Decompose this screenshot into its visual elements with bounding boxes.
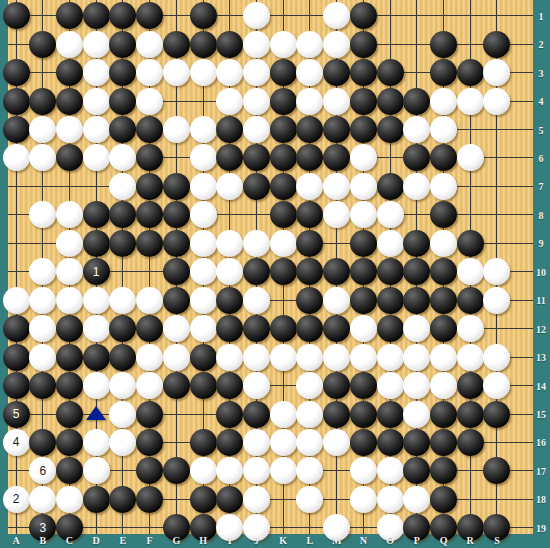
white-stone[interactable]	[243, 287, 270, 314]
column-label: C	[66, 535, 73, 546]
white-stone[interactable]	[430, 173, 457, 200]
black-stone[interactable]: 5	[3, 401, 30, 428]
white-stone[interactable]	[350, 315, 377, 342]
move-number-label: 4	[13, 436, 20, 448]
black-stone[interactable]	[56, 59, 83, 86]
white-stone[interactable]	[296, 88, 323, 115]
row-label: 14	[536, 380, 546, 391]
white-stone[interactable]	[350, 344, 377, 371]
black-stone[interactable]	[3, 344, 30, 371]
row-label: 10	[536, 266, 546, 277]
white-stone[interactable]	[190, 457, 217, 484]
white-stone[interactable]	[3, 287, 30, 314]
triangle-marker	[86, 406, 106, 420]
black-stone[interactable]	[243, 173, 270, 200]
column-label: J	[254, 535, 259, 546]
column-label: F	[147, 535, 153, 546]
black-stone[interactable]	[163, 258, 190, 285]
white-stone[interactable]	[216, 230, 243, 257]
black-stone[interactable]	[350, 287, 377, 314]
black-stone[interactable]	[216, 401, 243, 428]
white-stone[interactable]	[3, 144, 30, 171]
white-stone[interactable]	[457, 344, 484, 371]
black-stone[interactable]	[270, 315, 297, 342]
white-stone[interactable]	[29, 486, 56, 513]
white-stone[interactable]	[323, 88, 350, 115]
white-stone[interactable]	[323, 31, 350, 58]
white-stone[interactable]	[56, 287, 83, 314]
white-stone[interactable]	[270, 31, 297, 58]
black-stone[interactable]	[270, 116, 297, 143]
black-stone[interactable]	[83, 344, 110, 371]
white-stone[interactable]	[403, 173, 430, 200]
white-stone[interactable]	[457, 258, 484, 285]
black-stone[interactable]	[377, 116, 404, 143]
white-stone[interactable]	[136, 372, 163, 399]
white-stone[interactable]	[243, 344, 270, 371]
black-stone[interactable]	[109, 88, 136, 115]
black-stone[interactable]	[350, 116, 377, 143]
column-label: S	[494, 535, 500, 546]
white-stone[interactable]	[190, 287, 217, 314]
black-stone[interactable]	[430, 486, 457, 513]
white-stone[interactable]	[56, 116, 83, 143]
white-stone[interactable]	[136, 287, 163, 314]
black-stone[interactable]	[29, 31, 56, 58]
white-stone[interactable]	[403, 401, 430, 428]
black-stone[interactable]	[403, 88, 430, 115]
white-stone[interactable]	[216, 344, 243, 371]
white-stone[interactable]	[216, 88, 243, 115]
column-label: L	[307, 535, 314, 546]
black-stone[interactable]	[56, 372, 83, 399]
black-stone[interactable]	[457, 372, 484, 399]
white-stone[interactable]	[377, 372, 404, 399]
black-stone[interactable]	[83, 201, 110, 228]
white-stone[interactable]	[270, 344, 297, 371]
white-stone[interactable]	[190, 315, 217, 342]
row-label: 7	[539, 181, 544, 192]
white-stone[interactable]	[109, 401, 136, 428]
white-stone[interactable]	[216, 173, 243, 200]
white-stone[interactable]	[430, 372, 457, 399]
row-label: 11	[536, 295, 545, 306]
black-stone[interactable]	[377, 287, 404, 314]
column-label: G	[172, 535, 180, 546]
white-stone[interactable]	[243, 230, 270, 257]
black-stone[interactable]	[190, 344, 217, 371]
black-stone[interactable]	[377, 401, 404, 428]
row-label: 5	[539, 124, 544, 135]
black-stone[interactable]	[270, 258, 297, 285]
white-stone[interactable]	[29, 287, 56, 314]
row-label: 16	[536, 437, 546, 448]
black-stone[interactable]	[216, 486, 243, 513]
white-stone[interactable]	[270, 457, 297, 484]
column-label: H	[199, 535, 207, 546]
white-stone[interactable]	[430, 230, 457, 257]
white-stone[interactable]	[243, 372, 270, 399]
white-stone[interactable]	[430, 116, 457, 143]
black-stone[interactable]	[430, 31, 457, 58]
white-stone[interactable]	[83, 59, 110, 86]
white-stone[interactable]	[350, 173, 377, 200]
black-stone[interactable]	[163, 173, 190, 200]
column-label: D	[93, 535, 100, 546]
white-stone[interactable]	[377, 344, 404, 371]
white-stone[interactable]	[323, 344, 350, 371]
black-stone[interactable]	[350, 31, 377, 58]
white-stone[interactable]	[29, 344, 56, 371]
black-stone[interactable]	[457, 401, 484, 428]
white-stone[interactable]	[377, 230, 404, 257]
black-stone[interactable]	[83, 486, 110, 513]
row-label: 18	[536, 494, 546, 505]
black-stone[interactable]	[377, 173, 404, 200]
white-stone[interactable]	[163, 315, 190, 342]
white-stone[interactable]	[457, 315, 484, 342]
black-stone[interactable]	[323, 372, 350, 399]
black-stone[interactable]	[109, 230, 136, 257]
black-stone[interactable]	[190, 429, 217, 456]
black-stone[interactable]	[163, 201, 190, 228]
row-label: 3	[539, 67, 544, 78]
white-stone[interactable]	[243, 429, 270, 456]
black-stone[interactable]	[403, 230, 430, 257]
white-stone[interactable]	[483, 88, 510, 115]
black-stone[interactable]	[3, 2, 30, 29]
black-stone[interactable]	[83, 230, 110, 257]
black-stone[interactable]	[483, 31, 510, 58]
black-stone[interactable]	[403, 287, 430, 314]
white-stone[interactable]	[83, 144, 110, 171]
white-stone[interactable]	[457, 88, 484, 115]
black-stone[interactable]	[3, 116, 30, 143]
move-number-label: 6	[39, 465, 46, 477]
black-stone[interactable]	[270, 88, 297, 115]
black-stone[interactable]	[270, 144, 297, 171]
black-stone[interactable]	[350, 429, 377, 456]
white-stone[interactable]	[243, 88, 270, 115]
black-stone[interactable]	[136, 173, 163, 200]
column-label: O	[386, 535, 394, 546]
black-stone[interactable]	[377, 315, 404, 342]
white-stone[interactable]	[403, 486, 430, 513]
white-stone[interactable]	[83, 116, 110, 143]
black-stone[interactable]	[457, 429, 484, 456]
black-stone[interactable]	[136, 401, 163, 428]
black-stone[interactable]	[457, 287, 484, 314]
black-stone[interactable]	[377, 258, 404, 285]
white-stone[interactable]	[163, 344, 190, 371]
black-stone[interactable]	[216, 429, 243, 456]
black-stone[interactable]	[350, 401, 377, 428]
white-stone[interactable]	[270, 429, 297, 456]
black-stone[interactable]	[296, 287, 323, 314]
white-stone[interactable]	[136, 31, 163, 58]
white-stone[interactable]	[190, 258, 217, 285]
white-stone[interactable]	[323, 429, 350, 456]
column-label: A	[12, 535, 19, 546]
white-stone[interactable]	[83, 457, 110, 484]
row-label: 8	[539, 209, 544, 220]
black-stone[interactable]	[56, 315, 83, 342]
black-stone[interactable]	[56, 2, 83, 29]
black-stone[interactable]	[350, 372, 377, 399]
black-stone[interactable]	[350, 88, 377, 115]
white-stone[interactable]	[483, 287, 510, 314]
black-stone[interactable]	[163, 230, 190, 257]
column-label: K	[279, 535, 287, 546]
black-stone[interactable]	[430, 287, 457, 314]
white-stone[interactable]	[83, 372, 110, 399]
black-stone[interactable]	[190, 31, 217, 58]
move-number-label: 1	[93, 266, 100, 278]
black-stone[interactable]	[270, 201, 297, 228]
white-stone[interactable]	[323, 173, 350, 200]
white-stone[interactable]	[243, 31, 270, 58]
white-stone[interactable]	[243, 2, 270, 29]
white-stone[interactable]	[350, 201, 377, 228]
black-stone[interactable]	[377, 429, 404, 456]
white-stone[interactable]	[403, 344, 430, 371]
white-stone[interactable]	[190, 59, 217, 86]
black-stone[interactable]	[56, 429, 83, 456]
column-label: P	[414, 535, 420, 546]
white-stone[interactable]	[56, 230, 83, 257]
white-stone[interactable]	[136, 344, 163, 371]
row-label: 9	[539, 238, 544, 249]
white-stone[interactable]	[83, 429, 110, 456]
white-stone[interactable]	[377, 486, 404, 513]
column-label: N	[360, 535, 367, 546]
white-stone[interactable]	[83, 315, 110, 342]
white-stone[interactable]	[430, 88, 457, 115]
white-stone[interactable]	[296, 344, 323, 371]
black-stone[interactable]	[83, 2, 110, 29]
white-stone[interactable]	[350, 486, 377, 513]
black-stone[interactable]	[243, 315, 270, 342]
black-stone[interactable]	[270, 59, 297, 86]
white-stone[interactable]	[109, 287, 136, 314]
white-stone[interactable]	[190, 173, 217, 200]
white-stone[interactable]	[136, 88, 163, 115]
white-stone[interactable]	[377, 457, 404, 484]
row-label: 15	[536, 409, 546, 420]
black-stone[interactable]	[29, 429, 56, 456]
white-stone[interactable]	[190, 144, 217, 171]
black-stone[interactable]	[190, 2, 217, 29]
white-stone[interactable]	[377, 201, 404, 228]
black-stone[interactable]	[323, 401, 350, 428]
black-stone[interactable]	[109, 344, 136, 371]
black-stone[interactable]	[350, 230, 377, 257]
row-label: 1	[539, 10, 544, 21]
white-stone[interactable]	[83, 31, 110, 58]
white-stone[interactable]	[430, 344, 457, 371]
black-stone[interactable]	[29, 88, 56, 115]
black-stone[interactable]	[3, 88, 30, 115]
white-stone[interactable]	[56, 31, 83, 58]
black-stone[interactable]	[350, 2, 377, 29]
black-stone[interactable]	[243, 401, 270, 428]
white-stone[interactable]	[457, 144, 484, 171]
white-stone[interactable]	[83, 88, 110, 115]
black-stone[interactable]: 1	[83, 258, 110, 285]
white-stone[interactable]	[270, 230, 297, 257]
black-stone[interactable]	[56, 344, 83, 371]
row-label: 12	[536, 323, 546, 334]
white-stone[interactable]	[296, 401, 323, 428]
black-stone[interactable]	[56, 401, 83, 428]
black-stone[interactable]	[190, 372, 217, 399]
black-stone[interactable]	[163, 457, 190, 484]
black-stone[interactable]	[270, 173, 297, 200]
white-stone[interactable]	[163, 116, 190, 143]
black-stone[interactable]	[377, 88, 404, 115]
go-game-window: 154623 ABCDEFGHIJKLMNOPQRS 1234567891011…	[0, 0, 550, 548]
black-stone[interactable]	[377, 59, 404, 86]
black-stone[interactable]	[3, 372, 30, 399]
row-label: 19	[536, 522, 546, 533]
white-stone[interactable]	[296, 31, 323, 58]
column-label: I	[228, 535, 232, 546]
black-stone[interactable]	[190, 486, 217, 513]
white-stone[interactable]	[190, 116, 217, 143]
column-label: Q	[440, 535, 448, 546]
white-stone[interactable]: 2	[3, 486, 30, 513]
black-stone[interactable]	[109, 31, 136, 58]
white-stone[interactable]	[270, 401, 297, 428]
white-stone[interactable]	[243, 486, 270, 513]
white-stone[interactable]	[56, 486, 83, 513]
black-stone[interactable]	[216, 31, 243, 58]
black-stone[interactable]	[296, 230, 323, 257]
column-label: E	[120, 535, 127, 546]
black-stone[interactable]	[136, 116, 163, 143]
column-label: B	[39, 535, 46, 546]
white-stone[interactable]	[243, 116, 270, 143]
black-stone[interactable]	[163, 31, 190, 58]
white-stone[interactable]	[136, 59, 163, 86]
white-stone[interactable]	[163, 59, 190, 86]
white-stone[interactable]	[323, 287, 350, 314]
black-stone[interactable]	[3, 59, 30, 86]
move-number-label: 5	[13, 408, 20, 420]
black-stone[interactable]	[350, 258, 377, 285]
row-label: 13	[536, 352, 546, 363]
black-stone[interactable]	[136, 429, 163, 456]
black-stone[interactable]	[136, 230, 163, 257]
black-stone[interactable]	[216, 287, 243, 314]
white-stone[interactable]	[243, 59, 270, 86]
black-stone[interactable]	[457, 230, 484, 257]
row-label: 17	[536, 465, 546, 476]
row-label: 4	[539, 96, 544, 107]
move-number-label: 3	[39, 522, 46, 534]
row-label: 2	[539, 39, 544, 50]
black-stone[interactable]	[483, 401, 510, 428]
black-stone[interactable]	[163, 287, 190, 314]
black-stone[interactable]	[430, 315, 457, 342]
white-stone[interactable]: 4	[3, 429, 30, 456]
black-stone[interactable]	[323, 116, 350, 143]
black-stone[interactable]	[163, 372, 190, 399]
black-stone[interactable]	[457, 59, 484, 86]
black-stone[interactable]	[430, 59, 457, 86]
white-stone[interactable]	[190, 201, 217, 228]
black-stone[interactable]	[430, 401, 457, 428]
white-stone[interactable]	[190, 230, 217, 257]
black-stone[interactable]	[350, 59, 377, 86]
black-stone[interactable]	[136, 486, 163, 513]
column-label: R	[467, 535, 474, 546]
move-number-label: 2	[13, 493, 20, 505]
white-stone[interactable]	[83, 287, 110, 314]
row-label: 6	[539, 152, 544, 163]
black-stone[interactable]	[56, 88, 83, 115]
white-stone[interactable]	[56, 258, 83, 285]
white-stone[interactable]	[483, 344, 510, 371]
column-label: M	[332, 535, 341, 546]
black-stone[interactable]	[430, 429, 457, 456]
black-stone[interactable]	[3, 315, 30, 342]
